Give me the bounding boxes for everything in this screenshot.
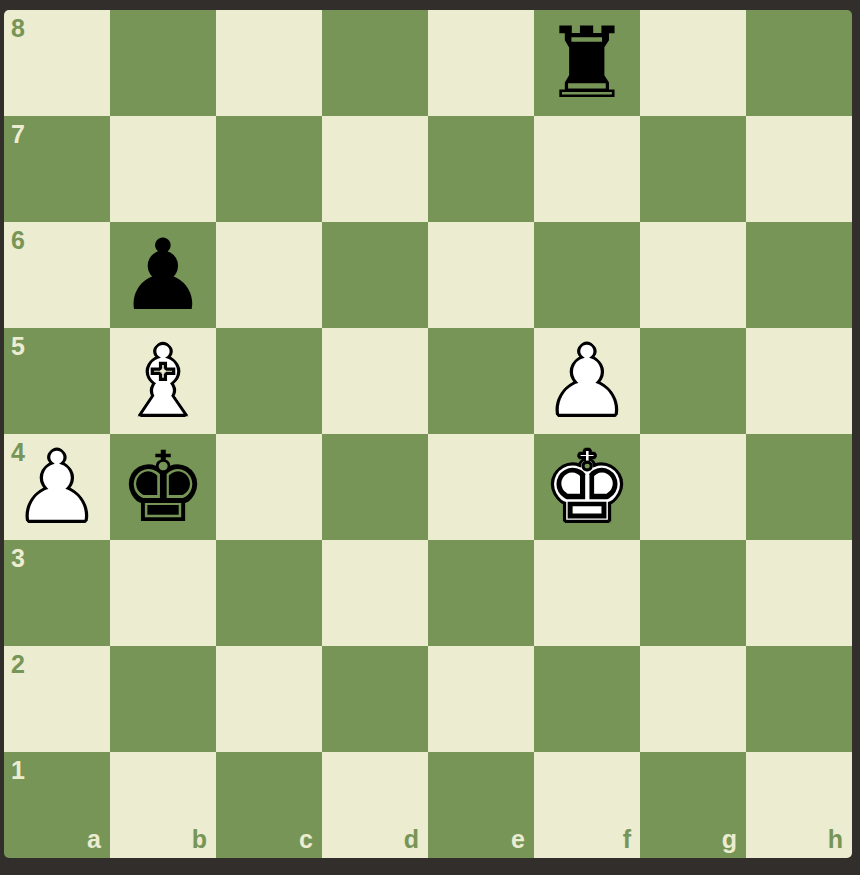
square-c5[interactable] (216, 328, 322, 434)
square-f5[interactable]: ♟ (534, 328, 640, 434)
square-a7[interactable]: 7 (4, 116, 110, 222)
rank-label-5: 5 (11, 334, 25, 359)
chess-board: 8♜76♟5♝♟4♟♚♚321abcdefgh (4, 10, 852, 858)
square-b3[interactable] (110, 540, 216, 646)
file-label-f: f (623, 827, 631, 852)
square-e2[interactable] (428, 646, 534, 752)
square-b4[interactable]: ♚ (110, 434, 216, 540)
square-h1[interactable]: h (746, 752, 852, 858)
square-e4[interactable] (428, 434, 534, 540)
square-f4[interactable]: ♚ (534, 434, 640, 540)
square-g8[interactable] (640, 10, 746, 116)
rank-label-6: 6 (11, 228, 25, 253)
black-rook[interactable]: ♜ (534, 10, 640, 116)
file-label-a: a (87, 827, 101, 852)
square-b1[interactable]: b (110, 752, 216, 858)
square-b7[interactable] (110, 116, 216, 222)
square-d1[interactable]: d (322, 752, 428, 858)
square-d4[interactable] (322, 434, 428, 540)
black-pawn[interactable]: ♟ (110, 222, 216, 328)
file-label-g: g (722, 827, 737, 852)
square-c4[interactable] (216, 434, 322, 540)
rank-label-3: 3 (11, 546, 25, 571)
file-label-h: h (828, 827, 843, 852)
square-d6[interactable] (322, 222, 428, 328)
square-b8[interactable] (110, 10, 216, 116)
square-h8[interactable] (746, 10, 852, 116)
square-f1[interactable]: f (534, 752, 640, 858)
rank-label-7: 7 (11, 122, 25, 147)
square-e8[interactable] (428, 10, 534, 116)
square-c8[interactable] (216, 10, 322, 116)
square-d7[interactable] (322, 116, 428, 222)
file-label-d: d (404, 827, 419, 852)
square-g3[interactable] (640, 540, 746, 646)
square-f7[interactable] (534, 116, 640, 222)
square-c1[interactable]: c (216, 752, 322, 858)
square-a8[interactable]: 8 (4, 10, 110, 116)
square-e6[interactable] (428, 222, 534, 328)
square-f2[interactable] (534, 646, 640, 752)
square-d2[interactable] (322, 646, 428, 752)
square-h2[interactable] (746, 646, 852, 752)
square-g2[interactable] (640, 646, 746, 752)
white-pawn[interactable]: ♟ (4, 434, 110, 540)
square-h3[interactable] (746, 540, 852, 646)
white-bishop[interactable]: ♝ (110, 328, 216, 434)
square-h4[interactable] (746, 434, 852, 540)
square-g7[interactable] (640, 116, 746, 222)
black-king[interactable]: ♚ (110, 434, 216, 540)
square-g4[interactable] (640, 434, 746, 540)
square-g6[interactable] (640, 222, 746, 328)
square-b5[interactable]: ♝ (110, 328, 216, 434)
square-h6[interactable] (746, 222, 852, 328)
square-f3[interactable] (534, 540, 640, 646)
square-h5[interactable] (746, 328, 852, 434)
square-d8[interactable] (322, 10, 428, 116)
square-c6[interactable] (216, 222, 322, 328)
square-f6[interactable] (534, 222, 640, 328)
square-a3[interactable]: 3 (4, 540, 110, 646)
square-b2[interactable] (110, 646, 216, 752)
rank-label-8: 8 (11, 16, 25, 41)
file-label-c: c (299, 827, 313, 852)
square-g5[interactable] (640, 328, 746, 434)
square-a1[interactable]: 1a (4, 752, 110, 858)
rank-label-2: 2 (11, 652, 25, 677)
square-f8[interactable]: ♜ (534, 10, 640, 116)
square-e1[interactable]: e (428, 752, 534, 858)
square-h7[interactable] (746, 116, 852, 222)
square-b6[interactable]: ♟ (110, 222, 216, 328)
square-c3[interactable] (216, 540, 322, 646)
file-label-e: e (511, 827, 525, 852)
square-e3[interactable] (428, 540, 534, 646)
square-a6[interactable]: 6 (4, 222, 110, 328)
square-a5[interactable]: 5 (4, 328, 110, 434)
white-king[interactable]: ♚ (534, 434, 640, 540)
square-a4[interactable]: 4♟ (4, 434, 110, 540)
square-e7[interactable] (428, 116, 534, 222)
square-e5[interactable] (428, 328, 534, 434)
square-d3[interactable] (322, 540, 428, 646)
square-c7[interactable] (216, 116, 322, 222)
file-label-b: b (192, 827, 207, 852)
square-g1[interactable]: g (640, 752, 746, 858)
white-pawn[interactable]: ♟ (534, 328, 640, 434)
square-a2[interactable]: 2 (4, 646, 110, 752)
square-d5[interactable] (322, 328, 428, 434)
square-c2[interactable] (216, 646, 322, 752)
rank-label-1: 1 (11, 758, 25, 783)
